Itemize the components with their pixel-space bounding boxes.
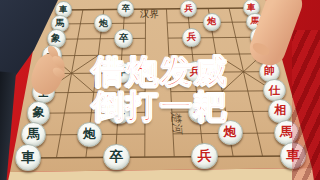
piece-h3[interactable]: 炮 <box>203 13 221 31</box>
piece-b8[interactable]: 炮 <box>77 122 102 147</box>
piece-i7[interactable]: 卒 <box>117 0 134 17</box>
piece-i4[interactable]: 兵 <box>180 0 197 17</box>
piece-b10[interactable]: 馬 <box>21 122 46 147</box>
piece-a4[interactable]: 兵 <box>191 143 218 170</box>
piece-h8[interactable]: 炮 <box>94 14 112 32</box>
thumbnail-stage: 汉界 楚河 車馬象士將士象馬車炮炮卒卒卒卒卒兵兵兵兵兵炮炮車馬相仕帥仕相馬車 借… <box>0 0 320 180</box>
piece-b3[interactable]: 炮 <box>218 120 243 145</box>
piece-a7[interactable]: 卒 <box>103 144 130 171</box>
piece-g4[interactable]: 兵 <box>182 28 201 47</box>
piece-g7[interactable]: 卒 <box>114 29 133 48</box>
caption-line-1: 借炮发威 <box>0 55 320 89</box>
piece-a10[interactable]: 車 <box>15 144 42 171</box>
caption-line-2: 倒打一耙 <box>0 90 320 124</box>
